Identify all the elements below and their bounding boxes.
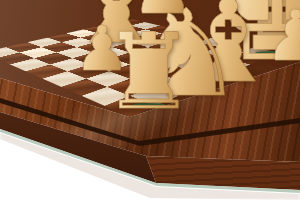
chessboard-photo: ♟♝♛♚♟♝♞♟♜ bbox=[0, 0, 300, 200]
pieces-layer: ♟♝♛♚♟♝♞♟♜ bbox=[0, 0, 300, 200]
piece-rook-b1: ♜ bbox=[97, 20, 202, 125]
